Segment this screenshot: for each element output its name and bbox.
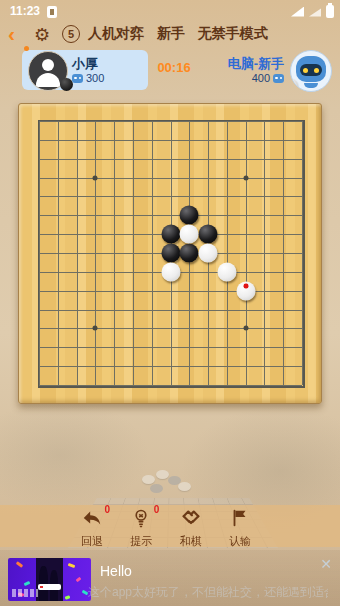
white-stone xyxy=(161,262,180,281)
gomoku-board[interactable] xyxy=(18,103,322,404)
ai-player-name: 电脑-新手 xyxy=(228,55,284,73)
move-count-badge: 5 xyxy=(62,25,80,43)
grid-line xyxy=(39,385,302,386)
count-badge: 0 xyxy=(154,504,160,515)
signal-icon xyxy=(309,7,321,17)
draw-button[interactable]: 和棋 xyxy=(169,507,213,549)
rule-label: 无禁手模式 xyxy=(198,25,268,41)
star-point xyxy=(243,326,248,331)
white-stone xyxy=(217,262,236,281)
score-robot-icon xyxy=(72,74,83,83)
resign-button[interactable]: 认输 xyxy=(218,507,262,549)
grid-line xyxy=(264,121,265,385)
count-badge: 0 xyxy=(104,504,110,515)
turn-indicator-dot xyxy=(24,46,29,51)
ai-robot-avatar[interactable] xyxy=(290,50,332,92)
hint-button[interactable]: 0提示 xyxy=(119,507,163,549)
person-icon xyxy=(42,59,54,71)
move-timer: 00:16 xyxy=(148,60,200,75)
toolbar-button-label: 和棋 xyxy=(169,534,213,549)
toolbar-button-label: 认输 xyxy=(218,534,262,549)
star-point xyxy=(243,175,248,180)
handshake-icon xyxy=(180,507,202,529)
black-stone xyxy=(161,244,180,263)
wifi-icon xyxy=(291,7,304,17)
ai-player-score: 400 xyxy=(252,72,284,84)
black-stone xyxy=(199,225,218,244)
grid-line xyxy=(39,310,302,311)
white-stone xyxy=(180,225,199,244)
grid-line xyxy=(283,121,284,385)
chat-ad-thumbnail[interactable] xyxy=(8,558,91,601)
star-point xyxy=(93,175,98,180)
app-screen: 11:23 ‹ ⚙ 5 人机对弈 新手 无禁手模式 小厚 xyxy=(0,0,340,606)
grid-line xyxy=(39,366,302,367)
back-button[interactable]: ‹ xyxy=(8,22,15,46)
grid-line xyxy=(39,328,302,329)
undo-arrow-icon xyxy=(81,507,103,529)
grid-line xyxy=(246,121,247,385)
close-icon[interactable]: ✕ xyxy=(320,556,332,572)
game-toolbar: 0回退0提示和棋认输 xyxy=(0,505,340,547)
undo-button[interactable]: 0回退 xyxy=(70,507,114,549)
chat-message: Hello xyxy=(100,563,132,579)
battery-icon xyxy=(326,5,334,18)
white-stone-indicator xyxy=(290,79,298,92)
grid-line xyxy=(227,121,228,385)
nav-header: ‹ ⚙ 5 人机对弈 新手 无禁手模式 xyxy=(0,22,340,48)
level-label: 新手 xyxy=(157,25,185,41)
grid-line xyxy=(302,121,303,385)
mode-label: 人机对弈 xyxy=(88,25,144,41)
chat-strip: Hello 这个app太好玩了，不但能社交，还能遇到适合你的灵魂伴侣 ✕ xyxy=(0,550,340,606)
black-stone xyxy=(180,206,199,225)
settings-gear-icon[interactable]: ⚙ xyxy=(34,23,50,47)
notification-icon xyxy=(47,6,57,18)
player-bar: 小厚 300 00:16 电脑-新手 400 xyxy=(0,48,340,96)
score-robot-icon xyxy=(273,74,284,83)
board-grid[interactable] xyxy=(39,121,302,385)
human-player-name: 小厚 xyxy=(72,55,98,73)
black-stone xyxy=(161,225,180,244)
toolbar-buttons: 0回退0提示和棋认输 xyxy=(70,507,262,549)
white-stone xyxy=(236,281,255,300)
human-player-score: 300 xyxy=(72,72,104,84)
toolbar-button-label: 回退 xyxy=(70,534,114,549)
white-stone xyxy=(199,244,218,263)
last-move-marker xyxy=(244,284,249,289)
flag-icon xyxy=(229,507,251,529)
status-bar: 11:23 xyxy=(0,0,340,22)
lightbulb-icon xyxy=(130,507,152,529)
star-point xyxy=(93,326,98,331)
player-panel-human: 小厚 300 xyxy=(22,50,148,90)
toolbar-button-label: 提示 xyxy=(119,534,163,549)
clock-time: 11:23 xyxy=(10,4,40,18)
barrage-message: 这个app太好玩了，不但能社交，还能遇到适合你的灵魂伴侣 xyxy=(88,584,328,601)
grid-line xyxy=(39,291,302,292)
black-stone xyxy=(180,244,199,263)
grid-line xyxy=(39,347,302,348)
page-title: 人机对弈 新手 无禁手模式 xyxy=(88,25,277,43)
status-icons xyxy=(291,5,334,18)
